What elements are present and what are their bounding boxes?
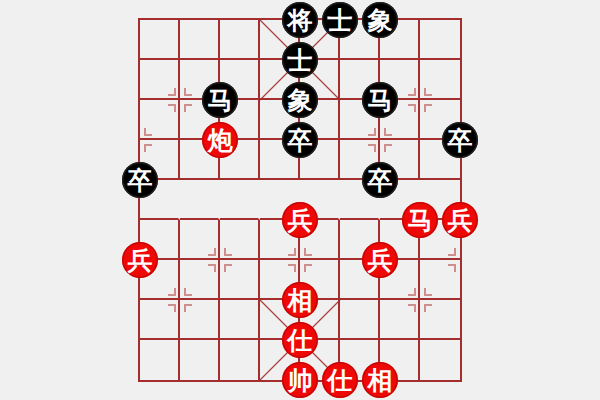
position-mark: [408, 88, 416, 96]
position-mark: [144, 144, 152, 152]
position-mark: [424, 304, 432, 312]
piece-red-elephant[interactable]: 相: [362, 362, 398, 398]
piece-black-horse[interactable]: 马: [202, 82, 238, 118]
position-mark: [304, 248, 312, 256]
position-mark: [304, 264, 312, 272]
piece-red-elephant[interactable]: 相: [282, 282, 318, 318]
position-mark: [224, 264, 232, 272]
position-mark: [408, 304, 416, 312]
position-mark: [168, 104, 176, 112]
piece-black-horse[interactable]: 马: [362, 82, 398, 118]
position-mark: [184, 88, 192, 96]
position-mark: [448, 264, 456, 272]
position-mark: [168, 288, 176, 296]
position-mark: [168, 304, 176, 312]
piece-black-elephant[interactable]: 象: [362, 2, 398, 38]
position-mark: [144, 128, 152, 136]
piece-black-soldier[interactable]: 卒: [282, 122, 318, 158]
position-mark: [184, 288, 192, 296]
position-mark: [448, 248, 456, 256]
piece-red-horse[interactable]: 马: [402, 202, 438, 238]
position-mark: [368, 128, 376, 136]
position-mark: [384, 144, 392, 152]
position-mark: [288, 264, 296, 272]
piece-black-soldier[interactable]: 卒: [122, 162, 158, 198]
piece-red-soldier[interactable]: 兵: [282, 202, 318, 238]
piece-red-soldier[interactable]: 兵: [122, 242, 158, 278]
xiangqi-app-screen: 将士象士马象马卒卒卒卒炮兵马兵兵兵相仕帅仕相: [0, 0, 600, 400]
xiangqi-board: 将士象士马象马卒卒卒卒炮兵马兵兵兵相仕帅仕相: [138, 18, 462, 382]
piece-red-advisor[interactable]: 仕: [282, 322, 318, 358]
position-mark: [208, 248, 216, 256]
piece-black-general[interactable]: 将: [282, 2, 318, 38]
piece-red-advisor[interactable]: 仕: [322, 362, 358, 398]
piece-red-soldier[interactable]: 兵: [442, 202, 478, 238]
piece-black-advisor[interactable]: 士: [282, 42, 318, 78]
piece-red-soldier[interactable]: 兵: [362, 242, 398, 278]
position-mark: [288, 248, 296, 256]
position-mark: [424, 88, 432, 96]
piece-red-cannon[interactable]: 炮: [202, 122, 238, 158]
position-mark: [408, 288, 416, 296]
piece-red-general[interactable]: 帅: [282, 362, 318, 398]
position-mark: [208, 264, 216, 272]
piece-black-soldier[interactable]: 卒: [362, 162, 398, 198]
position-mark: [224, 248, 232, 256]
position-mark: [184, 104, 192, 112]
piece-black-elephant[interactable]: 象: [282, 82, 318, 118]
position-mark: [184, 304, 192, 312]
position-mark: [424, 288, 432, 296]
position-mark: [408, 104, 416, 112]
position-mark: [368, 144, 376, 152]
position-mark: [384, 128, 392, 136]
position-mark: [168, 88, 176, 96]
piece-black-soldier[interactable]: 卒: [442, 122, 478, 158]
piece-black-advisor[interactable]: 士: [322, 2, 358, 38]
position-mark: [424, 104, 432, 112]
